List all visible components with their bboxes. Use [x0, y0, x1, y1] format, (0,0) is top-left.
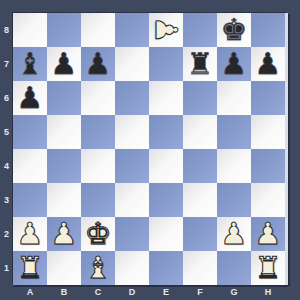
rank-label-2: 2 [0, 217, 13, 251]
square-d2[interactable] [115, 217, 149, 251]
square-e1[interactable] [149, 251, 183, 285]
square-b2[interactable]: ♟ [47, 217, 81, 251]
square-d7[interactable] [115, 47, 149, 81]
square-g5[interactable] [217, 115, 251, 149]
file-label-e: E [149, 287, 183, 298]
square-a3[interactable] [13, 183, 47, 217]
file-label-h: H [251, 287, 285, 298]
square-a7[interactable]: ♝ [13, 47, 47, 81]
black-rook-icon[interactable]: ♜ [187, 49, 214, 79]
square-e8[interactable]: ♟ [149, 13, 183, 47]
square-g7[interactable]: ♟ [217, 47, 251, 81]
file-label-a: A [13, 287, 47, 298]
rank-label-3: 3 [0, 183, 13, 217]
square-f7[interactable]: ♜ [183, 47, 217, 81]
square-f4[interactable] [183, 149, 217, 183]
square-e3[interactable] [149, 183, 183, 217]
rank-label-4: 4 [0, 149, 13, 183]
white-rook-icon[interactable]: ♜ [255, 253, 282, 283]
black-pawn-icon[interactable]: ♟ [17, 83, 44, 113]
square-c6[interactable] [81, 81, 115, 115]
file-label-d: D [115, 287, 149, 298]
square-b5[interactable] [47, 115, 81, 149]
square-f3[interactable] [183, 183, 217, 217]
square-h2[interactable]: ♟ [251, 217, 285, 251]
square-h1[interactable]: ♜ [251, 251, 285, 285]
square-h5[interactable] [251, 115, 285, 149]
black-bishop-icon[interactable]: ♝ [17, 49, 44, 79]
square-h8[interactable] [251, 13, 285, 47]
square-f6[interactable] [183, 81, 217, 115]
square-e2[interactable] [149, 217, 183, 251]
square-d4[interactable] [115, 149, 149, 183]
square-c7[interactable]: ♟ [81, 47, 115, 81]
square-f8[interactable] [183, 13, 217, 47]
square-d3[interactable] [115, 183, 149, 217]
square-a4[interactable] [13, 149, 47, 183]
rank-label-5: 5 [0, 115, 13, 149]
square-h3[interactable] [251, 183, 285, 217]
square-d6[interactable] [115, 81, 149, 115]
square-d5[interactable] [115, 115, 149, 149]
black-pawn-icon[interactable]: ♟ [85, 49, 112, 79]
square-e6[interactable] [149, 81, 183, 115]
square-c4[interactable] [81, 149, 115, 183]
square-d1[interactable] [115, 251, 149, 285]
file-label-g: G [217, 287, 251, 298]
white-pawn-icon[interactable]: ♟ [221, 219, 248, 249]
black-pawn-icon[interactable]: ♟ [255, 49, 282, 79]
square-c8[interactable] [81, 13, 115, 47]
square-g4[interactable] [217, 149, 251, 183]
square-b4[interactable] [47, 149, 81, 183]
white-pawn-icon[interactable]: ♟ [255, 219, 282, 249]
square-c1[interactable]: ♝ [81, 251, 115, 285]
rank-label-6: 6 [0, 81, 13, 115]
square-b7[interactable]: ♟ [47, 47, 81, 81]
square-f2[interactable] [183, 217, 217, 251]
square-g2[interactable]: ♟ [217, 217, 251, 251]
white-bishop-icon[interactable]: ♝ [85, 253, 112, 283]
square-e4[interactable] [149, 149, 183, 183]
square-h7[interactable]: ♟ [251, 47, 285, 81]
white-pawn-icon[interactable]: ♟ [151, 17, 181, 44]
black-pawn-icon[interactable]: ♟ [221, 49, 248, 79]
square-c2[interactable]: ♚ [81, 217, 115, 251]
rank-label-1: 1 [0, 251, 13, 285]
square-b1[interactable] [47, 251, 81, 285]
square-b8[interactable] [47, 13, 81, 47]
white-pawn-icon[interactable]: ♟ [17, 219, 44, 249]
square-b6[interactable] [47, 81, 81, 115]
square-d8[interactable] [115, 13, 149, 47]
square-g3[interactable] [217, 183, 251, 217]
square-a2[interactable]: ♟ [13, 217, 47, 251]
square-g8[interactable]: ♚ [217, 13, 251, 47]
square-e7[interactable] [149, 47, 183, 81]
square-a1[interactable]: ♜ [13, 251, 47, 285]
rank-label-7: 7 [0, 47, 13, 81]
file-label-f: F [183, 287, 217, 298]
white-king-icon[interactable]: ♚ [85, 219, 112, 249]
square-g1[interactable] [217, 251, 251, 285]
black-pawn-icon[interactable]: ♟ [51, 49, 78, 79]
black-king-icon[interactable]: ♚ [221, 15, 248, 45]
rank-label-8: 8 [0, 13, 13, 47]
file-label-b: B [47, 287, 81, 298]
square-c5[interactable] [81, 115, 115, 149]
square-e5[interactable] [149, 115, 183, 149]
square-g6[interactable] [217, 81, 251, 115]
square-h4[interactable] [251, 149, 285, 183]
white-rook-icon[interactable]: ♜ [17, 253, 44, 283]
square-c3[interactable] [81, 183, 115, 217]
square-f5[interactable] [183, 115, 217, 149]
square-f1[interactable] [183, 251, 217, 285]
square-a5[interactable] [13, 115, 47, 149]
file-label-c: C [81, 287, 115, 298]
square-b3[interactable] [47, 183, 81, 217]
square-a8[interactable] [13, 13, 47, 47]
chess-app-window: ♟♚♝♟♟♜♟♟♟♟♟♚♟♟♜♝♜ 87654321 ABCDEFGH [0, 0, 300, 300]
square-h6[interactable] [251, 81, 285, 115]
square-a6[interactable]: ♟ [13, 81, 47, 115]
chess-board: ♟♚♝♟♟♜♟♟♟♟♟♚♟♟♜♝♜ [13, 13, 288, 285]
white-pawn-icon[interactable]: ♟ [51, 219, 78, 249]
